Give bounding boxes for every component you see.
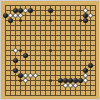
board-background: [1, 1, 99, 99]
go-board: [0, 0, 100, 100]
intersection-18-18[interactable]: [93, 93, 98, 98]
intersection-grid: [3, 3, 98, 98]
